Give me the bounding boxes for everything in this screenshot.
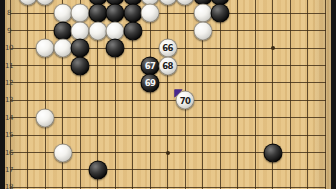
black-stone[interactable] <box>71 39 90 58</box>
row-label-17: 17 <box>5 166 13 173</box>
white-stone[interactable] <box>106 21 125 40</box>
grid-hline <box>10 187 326 188</box>
row-label-13: 13 <box>5 97 13 104</box>
grid-vline <box>45 0 46 189</box>
white-stone[interactable] <box>36 39 55 58</box>
black-stone[interactable] <box>123 21 142 40</box>
stone-move-68[interactable]: 68 <box>158 56 177 75</box>
grid-hline <box>10 100 326 101</box>
black-stone[interactable] <box>88 160 107 179</box>
grid-vline <box>167 0 168 189</box>
move-number: 68 <box>162 61 173 70</box>
stone-move-70[interactable]: 70 <box>176 91 195 110</box>
grid-hline <box>10 135 326 136</box>
black-stone[interactable] <box>106 4 125 23</box>
row-label-10: 10 <box>5 45 13 52</box>
white-stone[interactable] <box>53 39 72 58</box>
black-stone[interactable] <box>71 56 90 75</box>
white-stone[interactable] <box>53 143 72 162</box>
star-point <box>166 151 170 155</box>
row-label-11: 11 <box>5 62 13 69</box>
white-stone[interactable] <box>88 21 107 40</box>
grid-hline <box>10 169 326 170</box>
move-number: 66 <box>162 44 173 53</box>
white-stone[interactable] <box>193 4 212 23</box>
row-label-12: 12 <box>5 79 13 86</box>
row-label-14: 14 <box>5 114 13 121</box>
row-label-16: 16 <box>5 149 13 156</box>
grid-hline <box>10 117 326 118</box>
white-stone[interactable] <box>53 4 72 23</box>
stone-move-67[interactable]: 67 <box>141 56 160 75</box>
white-stone[interactable] <box>36 108 55 127</box>
grid-hline <box>10 82 326 83</box>
black-stone[interactable] <box>123 4 142 23</box>
last-move-marker-icon <box>175 90 183 98</box>
white-stone[interactable] <box>71 4 90 23</box>
row-label-8: 8 <box>7 10 11 17</box>
white-stone[interactable] <box>193 21 212 40</box>
grid-vline <box>220 0 221 189</box>
grid-vline <box>150 0 151 189</box>
black-stone[interactable] <box>88 4 107 23</box>
row-label-9: 9 <box>7 27 11 34</box>
go-app-screen: 89101112131415161718 6667686970 <box>0 0 336 189</box>
grid-vline <box>27 0 28 189</box>
black-stone[interactable] <box>106 39 125 58</box>
star-point <box>271 46 275 50</box>
row-label-18: 18 <box>5 184 13 189</box>
white-stone[interactable] <box>71 21 90 40</box>
grid-vline <box>325 0 326 189</box>
move-number: 67 <box>145 61 156 70</box>
white-stone[interactable] <box>141 4 160 23</box>
letterbox-left <box>0 0 5 189</box>
grid-vline <box>255 0 256 189</box>
letterbox-right <box>331 0 336 189</box>
grid-vline <box>237 0 238 189</box>
stone-move-66[interactable]: 66 <box>158 39 177 58</box>
black-stone[interactable] <box>263 143 282 162</box>
move-number: 69 <box>145 79 156 88</box>
black-stone[interactable] <box>53 21 72 40</box>
grid-vline <box>307 0 308 189</box>
grid-vline <box>290 0 291 189</box>
stone-move-69[interactable]: 69 <box>141 73 160 92</box>
black-stone[interactable] <box>211 4 230 23</box>
row-label-15: 15 <box>5 132 13 139</box>
